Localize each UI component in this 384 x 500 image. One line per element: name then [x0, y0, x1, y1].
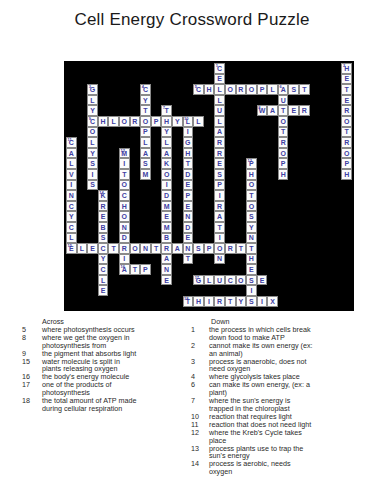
grid-cell[interactable]: Y [172, 116, 183, 127]
black-cell [77, 63, 88, 74]
grid-cell[interactable]: O [236, 275, 247, 286]
black-cell [320, 137, 331, 148]
cell-letter: T [154, 245, 158, 252]
grid-cell[interactable]: 1C [214, 63, 225, 74]
grid-cell[interactable]: R [225, 243, 236, 254]
grid-cell[interactable]: L [214, 116, 225, 127]
black-cell [108, 137, 119, 148]
grid-cell[interactable]: O [246, 84, 257, 95]
black-cell [108, 211, 119, 222]
grid-cell[interactable]: D [161, 190, 172, 201]
grid-cell[interactable]: I [119, 158, 130, 169]
grid-cell[interactable]: R [236, 84, 247, 95]
grid-cell[interactable]: E [214, 158, 225, 169]
black-cell [299, 296, 310, 307]
cell-letter: T [133, 266, 137, 273]
cell-letter: O [122, 181, 127, 188]
black-cell [299, 148, 310, 159]
grid-cell[interactable]: 10L [183, 116, 194, 127]
grid-cell[interactable]: C [66, 222, 77, 233]
grid-cell[interactable]: T [151, 243, 162, 254]
grid-cell[interactable]: 15E [66, 243, 77, 254]
grid-cell[interactable]: R [214, 201, 225, 212]
grid-cell[interactable]: P [278, 158, 289, 169]
grid-cell[interactable]: E [183, 201, 194, 212]
grid-cell[interactable]: 16A [119, 264, 130, 275]
grid-cell[interactable]: A [267, 105, 278, 116]
black-cell [331, 116, 342, 127]
grid-cell[interactable]: A [172, 243, 183, 254]
grid-cell[interactable]: E [183, 180, 194, 191]
grid-cell[interactable]: Y [87, 105, 98, 116]
cell-letter: H [164, 118, 169, 125]
grid-cell[interactable]: P [341, 158, 352, 169]
grid-cell[interactable]: E [98, 285, 109, 296]
grid-cell[interactable]: T [214, 222, 225, 233]
grid-cell[interactable]: B [98, 222, 109, 233]
black-cell [172, 105, 183, 116]
grid-cell[interactable]: U [278, 95, 289, 106]
grid-cell[interactable]: H [183, 148, 194, 159]
grid-cell[interactable]: 2H [341, 63, 352, 74]
grid-cell[interactable]: L [267, 84, 278, 95]
grid-cell[interactable]: S [288, 84, 299, 95]
grid-cell[interactable]: U [214, 105, 225, 116]
grid-cell[interactable]: T [341, 127, 352, 138]
black-cell [288, 63, 299, 74]
grid-cell[interactable]: C [225, 275, 236, 286]
cell-letter: E [101, 213, 106, 220]
grid-cell[interactable]: L [87, 137, 98, 148]
grid-cell[interactable]: X [267, 296, 278, 307]
grid-cell[interactable]: I [119, 254, 130, 265]
grid-cell[interactable]: H [341, 169, 352, 180]
grid-cell[interactable]: O [119, 211, 130, 222]
cell-letter: E [260, 277, 265, 284]
black-cell [320, 180, 331, 191]
grid-cell[interactable]: L [66, 233, 77, 244]
black-cell [225, 105, 236, 116]
grid-cell[interactable]: S [87, 158, 98, 169]
grid-cell[interactable]: L [98, 275, 109, 286]
grid-cell[interactable]: I [87, 169, 98, 180]
grid-cell[interactable]: 14K [98, 190, 109, 201]
grid-cell[interactable]: Y [66, 211, 77, 222]
grid-cell[interactable]: R [214, 137, 225, 148]
cell-letter: L [217, 118, 221, 125]
grid-cell[interactable]: P [140, 264, 151, 275]
grid-cell[interactable]: Y [140, 95, 151, 106]
grid-cell[interactable]: O [246, 201, 257, 212]
grid-cell[interactable]: A [161, 148, 172, 159]
grid-cell[interactable]: M [140, 169, 151, 180]
grid-cell[interactable]: R [299, 105, 310, 116]
grid-cell[interactable]: S [246, 211, 257, 222]
grid-cell[interactable]: N [161, 264, 172, 275]
cell-letter: H [344, 171, 349, 178]
grid-cell[interactable]: O [225, 84, 236, 95]
black-cell [225, 127, 236, 138]
grid-cell[interactable]: A [214, 127, 225, 138]
clue-item-number: 7 [191, 397, 209, 413]
black-cell [310, 222, 321, 233]
grid-cell[interactable]: P [140, 127, 151, 138]
grid-cell[interactable]: L [108, 116, 119, 127]
grid-cell[interactable]: T [341, 84, 352, 95]
grid-cell[interactable]: L [77, 243, 88, 254]
grid-cell[interactable]: R [341, 105, 352, 116]
cell-letter: E [217, 160, 222, 167]
black-cell [151, 127, 162, 138]
grid-cell[interactable]: R [130, 116, 141, 127]
clue-item-number: 14 [191, 460, 209, 476]
grid-cell[interactable]: N [214, 254, 225, 265]
black-cell [161, 95, 172, 106]
grid-cell[interactable]: T [108, 243, 119, 254]
grid-cell[interactable]: Y [161, 127, 172, 138]
clue-item: 13process plants use to trap the sun's e… [191, 445, 376, 461]
grid-cell[interactable]: O [119, 180, 130, 191]
black-cell [151, 190, 162, 201]
cell-letter: E [217, 75, 222, 82]
black-cell [130, 233, 141, 244]
grid-cell[interactable]: N [66, 190, 77, 201]
black-cell [278, 201, 289, 212]
black-cell [257, 211, 268, 222]
grid-cell[interactable]: N [183, 211, 194, 222]
cell-letter: H [206, 86, 211, 93]
grid-cell[interactable]: D [183, 169, 194, 180]
black-cell [257, 264, 268, 275]
grid-cell[interactable]: I [161, 180, 172, 191]
grid-cell[interactable]: E [161, 275, 172, 286]
grid-cell[interactable]: C [98, 243, 109, 254]
grid-cell[interactable]: R [214, 296, 225, 307]
grid-cell[interactable]: U [214, 275, 225, 286]
black-cell [310, 116, 321, 127]
clue-number: 1 [216, 64, 218, 68]
black-cell [257, 169, 268, 180]
black-cell [320, 127, 331, 138]
grid-cell[interactable]: E [257, 275, 268, 286]
black-cell [299, 180, 310, 191]
black-cell [98, 95, 109, 106]
grid-cell[interactable]: E [214, 74, 225, 85]
grid-cell[interactable]: P [183, 190, 194, 201]
grid-cell[interactable]: S [246, 275, 257, 286]
black-cell [236, 116, 247, 127]
black-cell [310, 74, 321, 85]
black-cell [225, 95, 236, 106]
grid-cell[interactable]: C [98, 264, 109, 275]
black-cell [140, 190, 151, 201]
grid-cell[interactable]: O [140, 116, 151, 127]
grid-cell[interactable]: I [214, 190, 225, 201]
grid-cell[interactable]: Y [87, 148, 98, 159]
clue-item: 14process is aerobic, needs oxygen [191, 460, 376, 476]
cell-letter: E [101, 287, 106, 294]
grid-cell[interactable]: 5C [193, 84, 204, 95]
cell-letter: D [122, 234, 127, 241]
grid-cell[interactable]: N [140, 243, 151, 254]
grid-cell[interactable]: E [341, 95, 352, 106]
grid-cell[interactable]: A [140, 148, 151, 159]
black-cell [108, 222, 119, 233]
black-cell [320, 74, 331, 85]
black-cell [299, 127, 310, 138]
grid-cell[interactable]: T [278, 127, 289, 138]
grid-cell[interactable]: R [161, 243, 172, 254]
grid-cell[interactable]: 13P [246, 158, 257, 169]
black-cell [320, 222, 331, 233]
grid-cell[interactable]: S [98, 233, 109, 244]
grid-cell[interactable]: D [183, 222, 194, 233]
grid-cell[interactable]: Y [98, 254, 109, 265]
cell-letter: L [101, 277, 105, 284]
black-cell [172, 169, 183, 180]
grid-cell[interactable]: I [246, 285, 257, 296]
grid-cell[interactable]: N [183, 243, 194, 254]
grid-cell[interactable]: O [130, 243, 141, 254]
black-cell [77, 296, 88, 307]
grid-cell[interactable]: O [278, 148, 289, 159]
grid-cell[interactable]: S [246, 296, 257, 307]
grid-cell[interactable]: T [183, 158, 194, 169]
black-cell [278, 264, 289, 275]
black-cell [267, 158, 278, 169]
grid-cell[interactable]: E [288, 105, 299, 116]
black-cell [288, 190, 299, 201]
grid-cell[interactable]: O [161, 169, 172, 180]
grid-cell[interactable]: E [98, 211, 109, 222]
black-cell [204, 158, 215, 169]
black-cell [108, 296, 119, 307]
grid-cell[interactable]: N [119, 222, 130, 233]
grid-cell[interactable]: H [119, 201, 130, 212]
grid-cell[interactable]: 9C [87, 116, 98, 127]
black-cell [310, 233, 321, 244]
grid-cell[interactable]: T [246, 190, 257, 201]
cell-letter: L [90, 97, 94, 104]
grid-cell[interactable]: V [66, 169, 77, 180]
grid-cell[interactable]: 18T [183, 296, 194, 307]
black-cell [278, 190, 289, 201]
clue-item-text: water molecule is split in plants releas… [42, 358, 182, 374]
grid-cell[interactable]: B [161, 233, 172, 244]
grid-cell[interactable]: I [257, 296, 268, 307]
grid-cell[interactable]: T [225, 296, 236, 307]
black-cell [108, 95, 119, 106]
grid-cell[interactable]: T [236, 243, 247, 254]
grid-cell[interactable]: R [214, 148, 225, 159]
grid-cell[interactable]: E [341, 74, 352, 85]
clue-item: 18the total amount of ATP made during ce… [22, 397, 182, 413]
grid-cell[interactable]: L [204, 275, 215, 286]
clue-number: 14 [99, 191, 103, 195]
black-cell [108, 264, 119, 275]
black-cell [87, 285, 98, 296]
grid-cell[interactable]: O [214, 243, 225, 254]
grid-cell[interactable]: O [87, 127, 98, 138]
grid-cell[interactable]: K [161, 158, 172, 169]
cell-letter: S [249, 213, 254, 220]
grid-cell[interactable]: S [87, 180, 98, 191]
black-cell [172, 74, 183, 85]
black-cell [98, 158, 109, 169]
grid-cell[interactable]: H [204, 84, 215, 95]
clue-item-number: 18 [22, 397, 42, 413]
grid-cell[interactable]: L [214, 84, 225, 95]
grid-cell[interactable]: O [341, 116, 352, 127]
cell-letter: H [249, 255, 254, 262]
black-cell [331, 296, 342, 307]
cell-letter: O [238, 277, 243, 284]
grid-cell[interactable]: L [214, 95, 225, 106]
grid-cell[interactable]: E [183, 233, 194, 244]
grid-cell[interactable]: E [161, 211, 172, 222]
black-cell [119, 127, 130, 138]
grid-cell[interactable]: 17G [193, 275, 204, 286]
grid-cell[interactable]: G [183, 137, 194, 148]
grid-cell[interactable]: H [161, 116, 172, 127]
grid-cell[interactable]: P [257, 84, 268, 95]
black-cell [341, 243, 352, 254]
black-cell [204, 264, 215, 275]
grid-cell[interactable]: L [161, 137, 172, 148]
black-cell [130, 222, 141, 233]
cell-letter: H [185, 150, 190, 157]
grid-cell[interactable]: A [66, 148, 77, 159]
grid-cell[interactable]: H [246, 169, 257, 180]
grid-cell[interactable]: M [161, 201, 172, 212]
cell-letter: T [143, 107, 147, 114]
clue-item-number: 1 [191, 326, 209, 342]
grid-cell[interactable]: T [246, 243, 257, 254]
clue-item-number: 13 [191, 445, 209, 461]
grid-cell[interactable]: S [140, 158, 151, 169]
black-cell [204, 127, 215, 138]
cell-letter: B [164, 234, 169, 241]
black-cell [310, 243, 321, 254]
black-cell [310, 127, 321, 138]
grid-cell[interactable]: P [151, 116, 162, 127]
grid-cell[interactable]: P [214, 180, 225, 191]
black-cell [87, 254, 98, 265]
grid-cell[interactable]: 3G [87, 84, 98, 95]
cell-letter: O [90, 128, 95, 135]
cell-letter: Y [143, 97, 148, 104]
black-cell [130, 211, 141, 222]
grid-cell[interactable]: L [66, 158, 77, 169]
grid-cell[interactable]: R [119, 243, 130, 254]
black-cell [66, 264, 77, 275]
grid-cell[interactable]: T [299, 84, 310, 95]
grid-cell[interactable]: A [214, 211, 225, 222]
grid-cell[interactable]: S [214, 169, 225, 180]
grid-cell[interactable]: Y [236, 296, 247, 307]
grid-cell[interactable]: H [246, 254, 257, 265]
grid-cell[interactable]: I [183, 127, 194, 138]
grid-cell[interactable]: P [204, 243, 215, 254]
grid-cell[interactable]: C [119, 190, 130, 201]
grid-cell[interactable]: T [183, 254, 194, 265]
grid-cell[interactable]: 11C [66, 137, 77, 148]
cell-letter: Y [101, 255, 106, 262]
grid-cell[interactable]: 4C [140, 84, 151, 95]
cell-letter: S [90, 181, 95, 188]
grid-cell[interactable]: T [130, 264, 141, 275]
black-cell [98, 105, 109, 116]
grid-cell[interactable]: I [66, 180, 77, 191]
cell-letter: O [143, 118, 148, 125]
grid-cell[interactable]: C [66, 201, 77, 212]
grid-cell[interactable]: T [140, 105, 151, 116]
cell-letter: P [217, 181, 222, 188]
grid-cell[interactable]: 8W [257, 105, 268, 116]
grid-cell[interactable]: R [341, 137, 352, 148]
grid-cell[interactable]: D [119, 233, 130, 244]
cell-letter: O [217, 245, 222, 252]
grid-cell[interactable]: L [140, 137, 151, 148]
clue-item-number: 15 [22, 358, 42, 374]
grid-cell[interactable]: I [204, 296, 215, 307]
black-cell [267, 222, 278, 233]
grid-cell[interactable]: M [161, 222, 172, 233]
black-cell [257, 127, 268, 138]
grid-cell[interactable]: T [119, 169, 130, 180]
grid-cell[interactable]: E [246, 264, 257, 275]
grid-cell[interactable]: T [278, 105, 289, 116]
cell-letter: L [143, 139, 147, 146]
grid-cell[interactable]: L [193, 116, 204, 127]
grid-cell[interactable]: 6A [278, 84, 289, 95]
grid-cell[interactable]: R [278, 137, 289, 148]
grid-cell[interactable]: H [193, 296, 204, 307]
grid-cell[interactable]: 12M [119, 148, 130, 159]
grid-cell[interactable]: O [119, 116, 130, 127]
black-cell [288, 137, 299, 148]
grid-cell[interactable]: I [214, 233, 225, 244]
cell-letter: L [69, 234, 73, 241]
grid-cell[interactable]: O [278, 116, 289, 127]
grid-cell[interactable]: O [341, 148, 352, 159]
cell-letter: T [281, 107, 285, 114]
clue-number: 9 [89, 117, 91, 121]
black-cell [310, 211, 321, 222]
grid-cell[interactable]: S [193, 243, 204, 254]
across-clues: Across 5where photosynthesis occurs8wher… [22, 318, 182, 413]
grid-cell[interactable]: Y [246, 222, 257, 233]
grid-cell[interactable]: 7T [161, 105, 172, 116]
grid-cell[interactable]: O [246, 180, 257, 191]
black-cell [257, 254, 268, 265]
black-cell [77, 201, 88, 212]
grid-cell[interactable]: H [98, 116, 109, 127]
grid-cell[interactable]: L [87, 95, 98, 106]
black-cell [140, 222, 151, 233]
black-cell [257, 201, 268, 212]
black-cell [193, 105, 204, 116]
grid-cell[interactable]: N [246, 233, 257, 244]
black-cell [310, 137, 321, 148]
grid-cell[interactable]: A [161, 254, 172, 265]
grid-cell[interactable]: E [87, 243, 98, 254]
grid-cell[interactable]: H [278, 169, 289, 180]
black-cell [320, 105, 331, 116]
black-cell [320, 201, 331, 212]
black-cell [66, 63, 77, 74]
grid-cell[interactable]: R [98, 201, 109, 212]
